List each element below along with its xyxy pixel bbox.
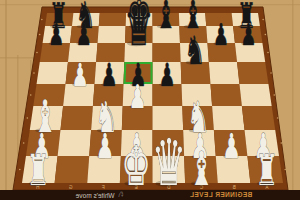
piece-black-pawn-b7[interactable]: ♟ [213, 17, 229, 52]
square-f8[interactable] [99, 13, 126, 26]
piece-black-knight-c6[interactable]: ♞ [184, 27, 205, 73]
white-knight-icon: ♘ [118, 190, 125, 200]
wood-seam [5, 0, 7, 200]
rank-mark [36, 52, 38, 54]
rank-mark [30, 94, 32, 96]
rank-mark [41, 19, 43, 21]
piece-black-pawn-a7[interactable]: ♟ [241, 17, 257, 52]
rank-mark [265, 34, 267, 36]
piece-black-pawn-d5[interactable]: ♟ [158, 56, 175, 92]
piece-white-bishop-c1[interactable]: ♝ [189, 141, 214, 196]
square-b4[interactable] [210, 84, 241, 106]
square-h5[interactable] [37, 62, 68, 84]
rank-mark [23, 142, 25, 144]
square-g2[interactable] [58, 130, 92, 156]
status-bar: ♘ White's move BEGINNER LEVEL [0, 190, 300, 200]
piece-white-rook-a1[interactable]: ♜ [255, 144, 278, 194]
piece-white-king-e1[interactable]: ♚ [121, 134, 151, 198]
rank-mark [19, 169, 21, 171]
piece-white-pawn-g5[interactable]: ♟ [71, 56, 88, 92]
piece-white-rook-h1[interactable]: ♜ [27, 144, 50, 194]
piece-black-queen-e7[interactable]: ♛ [124, 0, 154, 58]
square-f7[interactable] [98, 26, 126, 43]
turn-indicator: ♘ White's move [55, 190, 145, 200]
turn-label: White's move [76, 192, 115, 199]
rank-mark [267, 52, 269, 54]
level-label: BEGINNER LEVEL [178, 190, 264, 200]
rank-mark [262, 19, 264, 21]
rank-mark [281, 142, 283, 144]
rank-mark [27, 117, 29, 119]
square-a4[interactable] [239, 84, 271, 106]
rank-mark [33, 72, 35, 74]
piece-black-bishop-d8[interactable]: ♝ [156, 0, 177, 37]
piece-black-pawn-h7[interactable]: ♟ [48, 17, 64, 52]
square-a5[interactable] [237, 62, 268, 84]
rank-mark [270, 72, 272, 74]
chess-app-window: HGFEDCBA♜♝♝♚♞♜♟♟♛♟♟♞♟♟♟♟♟♞♞♝♟♟♟♟♟♟♜♝♛♚♜ … [0, 0, 300, 200]
piece-white-pawn-f2[interactable]: ♟ [96, 126, 115, 166]
piece-white-pawn-e4[interactable]: ♟ [129, 77, 147, 115]
piece-black-pawn-g7[interactable]: ♟ [76, 17, 92, 52]
rank-mark [273, 94, 275, 96]
wood-seam [292, 0, 294, 200]
rank-mark [277, 117, 279, 119]
piece-black-pawn-f5[interactable]: ♟ [100, 56, 117, 92]
rank-mark [39, 34, 41, 36]
rank-mark [284, 169, 286, 171]
chess-board-3d[interactable]: HGFEDCBA♜♝♝♚♞♜♟♟♛♟♟♞♟♟♟♟♟♞♞♝♟♟♟♟♟♟♜♝♛♚♜ [0, 0, 300, 200]
square-b5[interactable] [209, 62, 240, 84]
square-g3[interactable] [60, 106, 92, 130]
piece-white-pawn-b2[interactable]: ♟ [222, 126, 241, 166]
square-g1[interactable] [55, 156, 90, 183]
piece-white-queen-d1[interactable]: ♛ [151, 125, 186, 200]
